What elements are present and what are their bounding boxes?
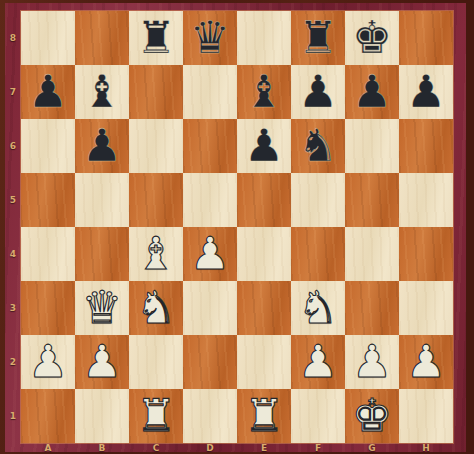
black-bishop[interactable]: ♝	[237, 65, 291, 119]
square-a3[interactable]	[21, 281, 75, 335]
square-h2[interactable]: ♟	[399, 335, 453, 389]
square-h8[interactable]	[399, 11, 453, 65]
square-c7[interactable]	[129, 65, 183, 119]
square-a1[interactable]	[21, 389, 75, 443]
square-c1[interactable]: ♜	[129, 389, 183, 443]
white-pawn[interactable]: ♟	[345, 335, 399, 389]
square-e8[interactable]	[237, 11, 291, 65]
square-d2[interactable]	[183, 335, 237, 389]
file-label-c: C	[129, 441, 183, 454]
black-pawn[interactable]: ♟	[345, 65, 399, 119]
square-e7[interactable]: ♝	[237, 65, 291, 119]
square-d6[interactable]	[183, 119, 237, 173]
square-c6[interactable]	[129, 119, 183, 173]
square-g2[interactable]: ♟	[345, 335, 399, 389]
square-b6[interactable]: ♟	[75, 119, 129, 173]
white-knight[interactable]: ♞	[129, 281, 183, 335]
square-h3[interactable]	[399, 281, 453, 335]
white-knight[interactable]: ♞	[291, 281, 345, 335]
square-a2[interactable]: ♟	[21, 335, 75, 389]
square-c8[interactable]: ♜	[129, 11, 183, 65]
black-pawn[interactable]: ♟	[21, 65, 75, 119]
square-h6[interactable]	[399, 119, 453, 173]
square-a5[interactable]	[21, 173, 75, 227]
square-g4[interactable]	[345, 227, 399, 281]
square-d1[interactable]	[183, 389, 237, 443]
square-b7[interactable]: ♝	[75, 65, 129, 119]
black-pawn[interactable]: ♟	[75, 119, 129, 173]
square-b4[interactable]	[75, 227, 129, 281]
square-f7[interactable]: ♟	[291, 65, 345, 119]
square-b5[interactable]	[75, 173, 129, 227]
square-h5[interactable]	[399, 173, 453, 227]
chess-board: ♜♛♜♚♟♝♝♟♟♟♟♟♞♝♟♛♞♞♟♟♟♟♟♜♜♚	[21, 11, 453, 443]
white-rook[interactable]: ♜	[237, 389, 291, 443]
file-label-b: B	[75, 441, 129, 454]
square-f8[interactable]: ♜	[291, 11, 345, 65]
square-d4[interactable]: ♟	[183, 227, 237, 281]
file-label-f: F	[291, 441, 345, 454]
black-bishop[interactable]: ♝	[75, 65, 129, 119]
square-d7[interactable]	[183, 65, 237, 119]
file-label-a: A	[21, 441, 75, 454]
square-d3[interactable]	[183, 281, 237, 335]
square-a7[interactable]: ♟	[21, 65, 75, 119]
rank-label-1: 1	[5, 389, 21, 443]
black-king[interactable]: ♚	[345, 11, 399, 65]
square-e3[interactable]	[237, 281, 291, 335]
black-pawn[interactable]: ♟	[399, 65, 453, 119]
white-rook[interactable]: ♜	[129, 389, 183, 443]
white-pawn[interactable]: ♟	[21, 335, 75, 389]
square-f5[interactable]	[291, 173, 345, 227]
square-h1[interactable]	[399, 389, 453, 443]
square-b8[interactable]	[75, 11, 129, 65]
white-pawn[interactable]: ♟	[75, 335, 129, 389]
square-f1[interactable]	[291, 389, 345, 443]
square-c4[interactable]: ♝	[129, 227, 183, 281]
square-b3[interactable]: ♛	[75, 281, 129, 335]
rank-label-4: 4	[5, 227, 21, 281]
square-g8[interactable]: ♚	[345, 11, 399, 65]
square-e2[interactable]	[237, 335, 291, 389]
white-pawn[interactable]: ♟	[183, 227, 237, 281]
square-h4[interactable]	[399, 227, 453, 281]
white-bishop[interactable]: ♝	[129, 227, 183, 281]
square-g7[interactable]: ♟	[345, 65, 399, 119]
square-f3[interactable]: ♞	[291, 281, 345, 335]
black-pawn[interactable]: ♟	[291, 65, 345, 119]
white-king[interactable]: ♚	[345, 389, 399, 443]
square-a4[interactable]	[21, 227, 75, 281]
square-e4[interactable]	[237, 227, 291, 281]
square-h7[interactable]: ♟	[399, 65, 453, 119]
rank-label-8: 8	[5, 11, 21, 65]
rank-label-7: 7	[5, 65, 21, 119]
white-queen[interactable]: ♛	[75, 281, 129, 335]
square-f4[interactable]	[291, 227, 345, 281]
square-b1[interactable]	[75, 389, 129, 443]
square-e6[interactable]: ♟	[237, 119, 291, 173]
square-e1[interactable]: ♜	[237, 389, 291, 443]
black-rook[interactable]: ♜	[129, 11, 183, 65]
square-d8[interactable]: ♛	[183, 11, 237, 65]
square-c3[interactable]: ♞	[129, 281, 183, 335]
file-label-d: D	[183, 441, 237, 454]
square-g3[interactable]	[345, 281, 399, 335]
square-g1[interactable]: ♚	[345, 389, 399, 443]
black-pawn[interactable]: ♟	[237, 119, 291, 173]
rank-label-2: 2	[5, 335, 21, 389]
file-label-h: H	[399, 441, 453, 454]
black-rook[interactable]: ♜	[291, 11, 345, 65]
chess-board-frame: ♜♛♜♚♟♝♝♟♟♟♟♟♞♝♟♛♞♞♟♟♟♟♟♜♜♚ 87654321ABCDE…	[0, 0, 474, 454]
file-label-g: G	[345, 441, 399, 454]
square-f6[interactable]: ♞	[291, 119, 345, 173]
square-g5[interactable]	[345, 173, 399, 227]
rank-label-6: 6	[5, 119, 21, 173]
rank-label-5: 5	[5, 173, 21, 227]
black-knight[interactable]: ♞	[291, 119, 345, 173]
square-g6[interactable]	[345, 119, 399, 173]
square-c5[interactable]	[129, 173, 183, 227]
square-a8[interactable]	[21, 11, 75, 65]
square-b2[interactable]: ♟	[75, 335, 129, 389]
square-f2[interactable]: ♟	[291, 335, 345, 389]
file-label-e: E	[237, 441, 291, 454]
square-a6[interactable]	[21, 119, 75, 173]
square-c2[interactable]	[129, 335, 183, 389]
square-d5[interactable]	[183, 173, 237, 227]
white-pawn[interactable]: ♟	[291, 335, 345, 389]
white-pawn[interactable]: ♟	[399, 335, 453, 389]
rank-label-3: 3	[5, 281, 21, 335]
square-e5[interactable]	[237, 173, 291, 227]
black-queen[interactable]: ♛	[183, 11, 237, 65]
